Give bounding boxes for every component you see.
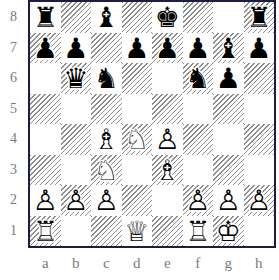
square-e8[interactable]: ♚ (152, 2, 183, 33)
file-labels: a b c d e f g h (30, 250, 274, 278)
white-rook-f1[interactable]: ♜♖ (183, 216, 214, 247)
white-queen-d1[interactable]: ♛♕ (122, 216, 153, 247)
square-d1[interactable]: ♛♕ (122, 216, 153, 247)
rank-label-5: 5 (0, 94, 27, 125)
square-b1[interactable] (61, 216, 92, 247)
square-c5[interactable] (91, 94, 122, 125)
square-f7[interactable]: ♟ (183, 33, 214, 64)
file-label-a: a (30, 250, 61, 278)
square-f8[interactable] (183, 2, 214, 33)
square-a1[interactable]: ♜♖ (30, 216, 61, 247)
square-g5[interactable] (213, 94, 244, 125)
square-e3[interactable]: ♝♗ (152, 155, 183, 186)
square-g3[interactable] (213, 155, 244, 186)
square-f2[interactable]: ♟♙ (183, 185, 214, 216)
square-e4[interactable]: ♟♙ (152, 124, 183, 155)
white-pawn-f2[interactable]: ♟♙ (183, 185, 214, 216)
square-b6[interactable]: ♛ (61, 63, 92, 94)
black-rook-h8[interactable]: ♜ (244, 2, 275, 33)
square-d3[interactable] (122, 155, 153, 186)
square-c3[interactable]: ♞♘ (91, 155, 122, 186)
rank-label-6: 6 (0, 63, 27, 94)
black-pawn-e7[interactable]: ♟ (152, 33, 183, 64)
black-pawn-h7[interactable]: ♟ (244, 33, 275, 64)
square-e1[interactable] (152, 216, 183, 247)
black-queen-b6[interactable]: ♛ (61, 63, 92, 94)
square-a3[interactable] (30, 155, 61, 186)
square-b2[interactable]: ♟♙ (61, 185, 92, 216)
square-b4[interactable] (61, 124, 92, 155)
square-g8[interactable] (213, 2, 244, 33)
square-e2[interactable] (152, 185, 183, 216)
black-pawn-d7[interactable]: ♟ (122, 33, 153, 64)
white-rook-a1[interactable]: ♜♖ (30, 216, 61, 247)
rank-labels: 8 7 6 5 4 3 2 1 (0, 2, 27, 246)
file-label-c: c (91, 250, 122, 278)
white-pawn-a2[interactable]: ♟♙ (30, 185, 61, 216)
square-h6[interactable] (244, 63, 275, 94)
black-bishop-c8[interactable]: ♝ (91, 2, 122, 33)
square-f3[interactable] (183, 155, 214, 186)
black-pawn-b7[interactable]: ♟ (61, 33, 92, 64)
square-h3[interactable] (244, 155, 275, 186)
square-f4[interactable] (183, 124, 214, 155)
rank-label-2: 2 (0, 185, 27, 216)
square-h8[interactable]: ♜ (244, 2, 275, 33)
square-b3[interactable] (61, 155, 92, 186)
square-c6[interactable]: ♞ (91, 63, 122, 94)
rank-label-4: 4 (0, 124, 27, 155)
white-pawn-e4[interactable]: ♟♙ (152, 124, 183, 155)
square-f6[interactable]: ♞ (183, 63, 214, 94)
square-a2[interactable]: ♟♙ (30, 185, 61, 216)
square-e7[interactable]: ♟ (152, 33, 183, 64)
square-a6[interactable] (30, 63, 61, 94)
white-king-g1[interactable]: ♚♔ (213, 216, 244, 247)
white-knight-c3[interactable]: ♞♘ (91, 155, 122, 186)
square-h7[interactable]: ♟ (244, 33, 275, 64)
white-knight-d4[interactable]: ♞♘ (122, 124, 153, 155)
white-bishop-e3[interactable]: ♝♗ (152, 155, 183, 186)
square-h4[interactable] (244, 124, 275, 155)
square-d7[interactable]: ♟ (122, 33, 153, 64)
square-c4[interactable]: ♝♗ (91, 124, 122, 155)
square-e5[interactable] (152, 94, 183, 125)
rank-label-1: 1 (0, 216, 27, 247)
square-h1[interactable] (244, 216, 275, 247)
black-rook-a8[interactable]: ♜ (30, 2, 61, 33)
square-d5[interactable] (122, 94, 153, 125)
black-knight-f6[interactable]: ♞ (183, 63, 214, 94)
square-b8[interactable] (61, 2, 92, 33)
chess-board: ♜♝♚♜♟♟♟♟♟♝♟♛♞♞♟♝♗♞♘♟♙♞♘♝♗♟♙♟♙♟♙♟♙♟♙♟♙♜♖♛… (28, 0, 276, 248)
file-label-h: h (244, 250, 275, 278)
white-pawn-h2[interactable]: ♟♙ (244, 185, 275, 216)
square-h2[interactable]: ♟♙ (244, 185, 275, 216)
file-label-d: d (122, 250, 153, 278)
black-pawn-a7[interactable]: ♟ (30, 33, 61, 64)
square-g6[interactable]: ♟ (213, 63, 244, 94)
square-g2[interactable]: ♟♙ (213, 185, 244, 216)
square-g7[interactable]: ♝ (213, 33, 244, 64)
square-d8[interactable] (122, 2, 153, 33)
square-g1[interactable]: ♚♔ (213, 216, 244, 247)
square-d4[interactable]: ♞♘ (122, 124, 153, 155)
white-pawn-c2[interactable]: ♟♙ (91, 185, 122, 216)
square-g4[interactable] (213, 124, 244, 155)
square-f1[interactable]: ♜♖ (183, 216, 214, 247)
file-label-b: b (61, 250, 92, 278)
black-king-e8[interactable]: ♚ (152, 2, 183, 33)
white-pawn-g2[interactable]: ♟♙ (213, 185, 244, 216)
black-knight-c6[interactable]: ♞ (91, 63, 122, 94)
square-a5[interactable] (30, 94, 61, 125)
rank-label-7: 7 (0, 33, 27, 64)
square-b7[interactable]: ♟ (61, 33, 92, 64)
black-pawn-g6[interactable]: ♟ (213, 63, 244, 94)
square-c1[interactable] (91, 216, 122, 247)
white-pawn-b2[interactable]: ♟♙ (61, 185, 92, 216)
square-d2[interactable] (122, 185, 153, 216)
file-label-g: g (213, 250, 244, 278)
white-bishop-c4[interactable]: ♝♗ (91, 124, 122, 155)
file-label-f: f (183, 250, 214, 278)
file-label-e: e (152, 250, 183, 278)
square-e6[interactable] (152, 63, 183, 94)
chess-diagram: 8 7 6 5 4 3 2 1 ♜♝♚♜♟♟♟♟♟♝♟♛♞♞♟♝♗♞♘♟♙♞♘♝… (0, 0, 279, 280)
square-c8[interactable]: ♝ (91, 2, 122, 33)
square-f5[interactable] (183, 94, 214, 125)
square-h5[interactable] (244, 94, 275, 125)
square-a7[interactable]: ♟ (30, 33, 61, 64)
square-a4[interactable] (30, 124, 61, 155)
square-d6[interactable] (122, 63, 153, 94)
rank-label-8: 8 (0, 2, 27, 33)
square-c2[interactable]: ♟♙ (91, 185, 122, 216)
rank-label-3: 3 (0, 155, 27, 186)
square-a8[interactable]: ♜ (30, 2, 61, 33)
square-c7[interactable] (91, 33, 122, 64)
black-bishop-g7[interactable]: ♝ (213, 33, 244, 64)
black-pawn-f7[interactable]: ♟ (183, 33, 214, 64)
square-b5[interactable] (61, 94, 92, 125)
